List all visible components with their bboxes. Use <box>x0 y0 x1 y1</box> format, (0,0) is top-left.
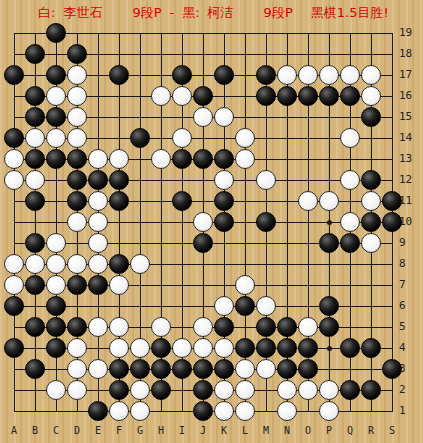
column-label: D <box>67 425 87 436</box>
black-stone[interactable] <box>319 296 339 316</box>
white-stone[interactable] <box>214 107 234 127</box>
black-stone[interactable] <box>382 212 402 232</box>
black-stone[interactable] <box>298 86 318 106</box>
white-stone[interactable] <box>46 275 66 295</box>
white-stone[interactable] <box>319 191 339 211</box>
game-info-header: 白: 李世石 9段P - 黑: 柯洁 9段P 黑棋1.5目胜! <box>0 0 423 26</box>
star-point <box>327 346 332 351</box>
black-stone[interactable] <box>25 44 45 64</box>
white-stone[interactable] <box>109 401 129 421</box>
black-stone[interactable] <box>340 338 360 358</box>
column-label: J <box>193 425 213 436</box>
black-stone[interactable] <box>256 86 276 106</box>
row-label: 3 <box>399 362 421 376</box>
black-stone[interactable] <box>67 44 87 64</box>
white-stone[interactable] <box>67 380 87 400</box>
black-stone[interactable] <box>361 107 381 127</box>
black-stone[interactable] <box>298 359 318 379</box>
row-label: 5 <box>399 320 421 334</box>
black-stone[interactable] <box>214 317 234 337</box>
black-stone[interactable] <box>172 191 192 211</box>
black-stone[interactable] <box>319 233 339 253</box>
white-stone[interactable] <box>298 65 318 85</box>
black-stone[interactable] <box>25 359 45 379</box>
black-stone[interactable] <box>214 191 234 211</box>
black-stone[interactable] <box>25 107 45 127</box>
black-stone[interactable] <box>109 170 129 190</box>
row-label: 15 <box>399 110 421 124</box>
white-stone[interactable] <box>193 107 213 127</box>
white-stone[interactable] <box>67 65 87 85</box>
black-stone[interactable] <box>214 212 234 232</box>
white-stone[interactable] <box>214 401 234 421</box>
white-stone[interactable] <box>67 359 87 379</box>
row-label: 19 <box>399 26 421 40</box>
black-stone[interactable] <box>109 254 129 274</box>
black-stone[interactable] <box>25 275 45 295</box>
white-stone[interactable] <box>256 170 276 190</box>
black-stone[interactable] <box>46 107 66 127</box>
white-stone[interactable] <box>130 380 150 400</box>
black-stone[interactable] <box>172 149 192 169</box>
white-stone[interactable] <box>67 128 87 148</box>
column-label: B <box>25 425 45 436</box>
white-stone[interactable] <box>109 275 129 295</box>
white-stone[interactable] <box>172 128 192 148</box>
white-stone[interactable] <box>4 149 24 169</box>
row-label: 16 <box>399 89 421 103</box>
column-label: A <box>4 425 24 436</box>
black-player-name: 柯洁 <box>208 0 234 26</box>
column-label: H <box>151 425 171 436</box>
row-label: 6 <box>399 299 421 313</box>
row-label: 18 <box>399 47 421 61</box>
white-stone[interactable] <box>256 359 276 379</box>
white-stone[interactable] <box>67 338 87 358</box>
white-stone[interactable] <box>193 338 213 358</box>
black-stone[interactable] <box>172 65 192 85</box>
black-stone[interactable] <box>46 65 66 85</box>
black-stone[interactable] <box>361 380 381 400</box>
white-stone[interactable] <box>277 380 297 400</box>
white-stone[interactable] <box>319 401 339 421</box>
white-stone[interactable] <box>361 191 381 211</box>
row-label: 2 <box>399 383 421 397</box>
column-label: P <box>319 425 339 436</box>
white-stone[interactable] <box>235 401 255 421</box>
white-stone[interactable] <box>319 65 339 85</box>
white-stone[interactable] <box>25 128 45 148</box>
white-stone[interactable] <box>340 212 360 232</box>
row-label: 12 <box>399 173 421 187</box>
row-label: 13 <box>399 152 421 166</box>
white-stone[interactable] <box>298 317 318 337</box>
white-stone[interactable] <box>46 233 66 253</box>
column-label: R <box>361 425 381 436</box>
column-label: E <box>88 425 108 436</box>
black-stone[interactable] <box>319 86 339 106</box>
white-stone[interactable] <box>172 86 192 106</box>
black-stone[interactable] <box>382 191 402 211</box>
black-stone[interactable] <box>193 380 213 400</box>
white-stone[interactable] <box>88 254 108 274</box>
black-stone[interactable] <box>88 275 108 295</box>
white-player-name: 李世石 <box>63 0 102 26</box>
black-stone[interactable] <box>382 359 402 379</box>
white-stone[interactable] <box>319 380 339 400</box>
white-stone[interactable] <box>361 65 381 85</box>
white-stone[interactable] <box>340 170 360 190</box>
column-label: M <box>256 425 276 436</box>
black-stone[interactable] <box>256 338 276 358</box>
black-stone[interactable] <box>4 338 24 358</box>
black-stone[interactable] <box>361 338 381 358</box>
black-stone[interactable] <box>277 317 297 337</box>
white-stone[interactable] <box>130 338 150 358</box>
row-label: 14 <box>399 131 421 145</box>
black-stone[interactable] <box>130 128 150 148</box>
white-stone[interactable] <box>88 233 108 253</box>
white-stone[interactable] <box>67 86 87 106</box>
white-stone[interactable] <box>193 212 213 232</box>
black-stone[interactable] <box>193 233 213 253</box>
column-label: K <box>214 425 234 436</box>
column-label: S <box>382 425 402 436</box>
white-stone[interactable] <box>67 212 87 232</box>
players-separator: - <box>170 0 175 26</box>
black-stone[interactable] <box>67 317 87 337</box>
black-stone[interactable] <box>46 338 66 358</box>
row-label: 1 <box>399 404 421 418</box>
white-stone[interactable] <box>88 359 108 379</box>
column-label: Q <box>340 425 360 436</box>
black-stone[interactable] <box>256 317 276 337</box>
column-label: O <box>298 425 318 436</box>
black-stone[interactable] <box>109 65 129 85</box>
column-label: L <box>235 425 255 436</box>
black-stone[interactable] <box>256 212 276 232</box>
black-stone[interactable] <box>151 338 171 358</box>
white-stone[interactable] <box>88 317 108 337</box>
white-stone[interactable] <box>172 338 192 358</box>
black-stone[interactable] <box>25 233 45 253</box>
white-label: 白: <box>38 0 55 26</box>
black-stone[interactable] <box>235 296 255 316</box>
white-stone[interactable] <box>4 254 24 274</box>
white-stone[interactable] <box>277 65 297 85</box>
white-rank: 9段P <box>132 0 161 26</box>
star-point <box>327 220 332 225</box>
black-stone[interactable] <box>67 275 87 295</box>
white-stone[interactable] <box>256 296 276 316</box>
white-stone[interactable] <box>67 107 87 127</box>
black-stone[interactable] <box>193 359 213 379</box>
black-stone[interactable] <box>25 86 45 106</box>
black-stone[interactable] <box>256 65 276 85</box>
white-stone[interactable] <box>214 296 234 316</box>
white-stone[interactable] <box>298 191 318 211</box>
white-stone[interactable] <box>88 149 108 169</box>
black-stone[interactable] <box>214 149 234 169</box>
black-stone[interactable] <box>214 65 234 85</box>
black-stone[interactable] <box>193 86 213 106</box>
white-stone[interactable] <box>214 338 234 358</box>
go-app-screen: 白: 李世石 9段P - 黑: 柯洁 9段P 黑棋1.5目胜! ABCDEFGH… <box>0 0 423 443</box>
black-stone[interactable] <box>46 149 66 169</box>
black-stone[interactable] <box>193 401 213 421</box>
black-stone[interactable] <box>25 317 45 337</box>
row-label: 9 <box>399 236 421 250</box>
game-result: 黑棋1.5目胜! <box>311 0 389 26</box>
white-stone[interactable] <box>361 86 381 106</box>
white-stone[interactable] <box>109 317 129 337</box>
white-stone[interactable] <box>235 359 255 379</box>
white-stone[interactable] <box>214 170 234 190</box>
black-stone[interactable] <box>193 149 213 169</box>
white-stone[interactable] <box>46 128 66 148</box>
white-stone[interactable] <box>151 149 171 169</box>
column-label: F <box>109 425 129 436</box>
black-stone[interactable] <box>46 296 66 316</box>
white-stone[interactable] <box>340 128 360 148</box>
white-stone[interactable] <box>4 170 24 190</box>
black-stone[interactable] <box>361 212 381 232</box>
white-stone[interactable] <box>46 86 66 106</box>
white-stone[interactable] <box>46 380 66 400</box>
white-stone[interactable] <box>235 149 255 169</box>
white-stone[interactable] <box>235 128 255 148</box>
black-stone[interactable] <box>298 338 318 358</box>
white-stone[interactable] <box>361 233 381 253</box>
black-stone[interactable] <box>277 359 297 379</box>
black-stone[interactable] <box>25 191 45 211</box>
black-stone[interactable] <box>67 170 87 190</box>
black-stone[interactable] <box>340 86 360 106</box>
black-stone[interactable] <box>67 191 87 211</box>
row-label: 8 <box>399 257 421 271</box>
white-stone[interactable] <box>151 86 171 106</box>
column-label: C <box>46 425 66 436</box>
row-label: 10 <box>399 215 421 229</box>
column-label: I <box>172 425 192 436</box>
white-stone[interactable] <box>277 401 297 421</box>
white-stone[interactable] <box>151 317 171 337</box>
white-stone[interactable] <box>235 380 255 400</box>
white-stone[interactable] <box>109 149 129 169</box>
black-stone[interactable] <box>151 359 171 379</box>
black-stone[interactable] <box>235 338 255 358</box>
white-stone[interactable] <box>340 65 360 85</box>
white-stone[interactable] <box>67 254 87 274</box>
black-stone[interactable] <box>172 359 192 379</box>
white-stone[interactable] <box>4 275 24 295</box>
black-stone[interactable] <box>277 86 297 106</box>
black-stone[interactable] <box>130 359 150 379</box>
black-stone[interactable] <box>67 149 87 169</box>
black-stone[interactable] <box>277 338 297 358</box>
black-stone[interactable] <box>340 233 360 253</box>
black-stone[interactable] <box>109 380 129 400</box>
white-stone[interactable] <box>25 170 45 190</box>
black-stone[interactable] <box>340 380 360 400</box>
white-stone[interactable] <box>46 254 66 274</box>
white-stone[interactable] <box>193 317 213 337</box>
row-label: 11 <box>399 194 421 208</box>
black-stone[interactable] <box>151 380 171 400</box>
white-stone[interactable] <box>298 380 318 400</box>
black-stone[interactable] <box>46 317 66 337</box>
white-stone[interactable] <box>25 254 45 274</box>
black-rank: 9段P <box>264 0 293 26</box>
black-stone[interactable] <box>88 401 108 421</box>
row-label: 4 <box>399 341 421 355</box>
white-stone[interactable] <box>88 191 108 211</box>
column-label: G <box>130 425 150 436</box>
black-stone[interactable] <box>109 359 129 379</box>
white-stone[interactable] <box>214 380 234 400</box>
black-stone[interactable] <box>319 317 339 337</box>
black-stone[interactable] <box>88 170 108 190</box>
black-stone[interactable] <box>4 296 24 316</box>
black-stone[interactable] <box>46 23 66 43</box>
black-stone[interactable] <box>4 65 24 85</box>
column-label: N <box>277 425 297 436</box>
white-stone[interactable] <box>235 275 255 295</box>
black-label: 黑: <box>182 0 199 26</box>
white-stone[interactable] <box>109 338 129 358</box>
row-label: 7 <box>399 278 421 292</box>
white-stone[interactable] <box>88 212 108 232</box>
black-stone[interactable] <box>25 149 45 169</box>
white-stone[interactable] <box>130 254 150 274</box>
black-stone[interactable] <box>361 170 381 190</box>
white-stone[interactable] <box>130 401 150 421</box>
black-stone[interactable] <box>109 191 129 211</box>
row-label: 17 <box>399 68 421 82</box>
black-stone[interactable] <box>214 359 234 379</box>
black-stone[interactable] <box>4 128 24 148</box>
